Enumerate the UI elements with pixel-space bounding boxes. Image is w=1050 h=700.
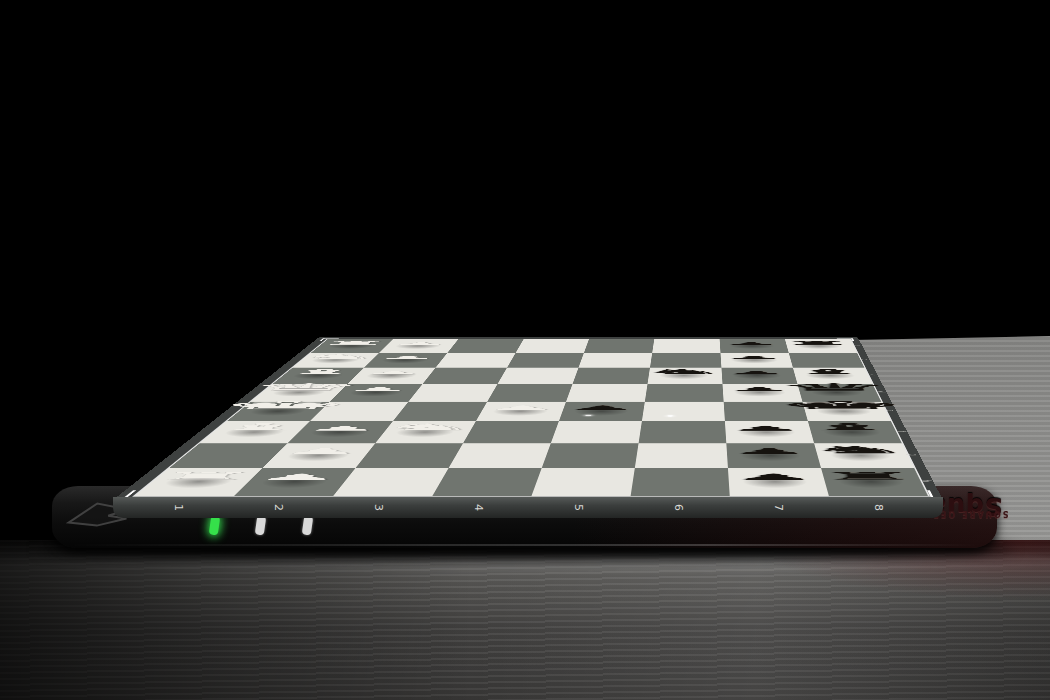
piece-shadow (729, 371, 786, 379)
black-king-e8: ♚ (801, 401, 889, 421)
piece-shadow (389, 342, 446, 349)
file-label-g: g (906, 453, 921, 457)
black-rook-h8: ♜ (819, 468, 926, 496)
piece-shadow (264, 388, 333, 397)
black-knight-g8: ♞ (812, 443, 912, 468)
file-label-d: d (875, 390, 887, 393)
square-h3 (333, 468, 448, 496)
piece-shadow (726, 342, 778, 349)
black-pawn-g7: ♟ (725, 443, 820, 468)
square-h5 (531, 468, 634, 496)
piece-shadow (736, 449, 807, 462)
piece-shadow (251, 475, 337, 490)
piece-shadow (388, 426, 461, 437)
piece-shadow (738, 475, 813, 490)
rank-label-2: 2 (272, 501, 285, 515)
square-f5 (551, 421, 642, 443)
piece-shadow (825, 449, 899, 462)
square-g5 (542, 443, 639, 468)
square-b8 (789, 353, 865, 368)
square-a3 (447, 339, 523, 352)
black-pawn-f7: ♟ (723, 421, 812, 443)
file-label-f: f (894, 430, 908, 434)
piece-shadow (322, 342, 381, 349)
square-d4 (487, 384, 572, 402)
white-pawn-b2: ♟ (363, 353, 446, 368)
file-label-c: c (867, 374, 879, 377)
rank-label-7: 7 (772, 501, 785, 515)
file-label-e: e (884, 409, 897, 412)
piece-shadow (801, 371, 860, 379)
piece-shadow (153, 475, 242, 490)
square-g4 (449, 443, 551, 468)
square-b5 (579, 353, 653, 368)
piece-shadow (359, 371, 422, 379)
square-b6 (650, 353, 721, 368)
square-g6 (635, 443, 728, 468)
square-g3 (355, 443, 463, 468)
square-d5 (566, 384, 647, 402)
piece-shadow (792, 342, 845, 349)
square-e3 (393, 402, 488, 422)
piece-shadow (818, 426, 887, 437)
square-c4 (498, 368, 579, 384)
square-f4 (463, 421, 559, 443)
piece-shadow (730, 388, 790, 397)
rank-label-3: 3 (372, 501, 385, 515)
square-c3 (423, 368, 507, 384)
piece-shadow (285, 371, 350, 379)
piece-shadow (215, 426, 293, 437)
black-bishop-f8: ♝ (806, 421, 900, 443)
piece-shadow (304, 356, 366, 364)
black-rook-a8: ♜ (784, 339, 856, 352)
square-e7 (724, 402, 808, 422)
file-label-h: h (918, 479, 934, 483)
square-b3 (436, 353, 516, 368)
white-pawn-e4: ♟ (474, 401, 564, 421)
square-c5 (573, 368, 650, 384)
square-h4 (432, 468, 541, 496)
rank-label-4: 4 (472, 501, 485, 515)
black-pawn-a7: ♟ (718, 339, 787, 352)
board-perspective-wrapper: abcdefgh ♜♞♝♛♚♝♜♟♟♟♟♟♟♟♟♞♜♝♛♚♝♞♜♟♟♟♟♟♟♟♟… (0, 0, 1050, 700)
piece-shadow (832, 475, 911, 490)
piece-shadow (734, 426, 801, 437)
chess-mat: abcdefgh ♜♞♝♛♚♝♜♟♟♟♟♟♟♟♟♞♜♝♛♚♝♞♜♟♟♟♟♟♟♟♟… (113, 337, 943, 500)
piece-shadow (728, 356, 782, 364)
white-pawn-a2: ♟ (378, 339, 457, 352)
square-a4 (516, 339, 589, 352)
piece-shadow (569, 406, 633, 416)
white-knight-f3: ♞ (374, 421, 475, 443)
rank-label-band: 12345678 (113, 497, 943, 518)
piece-shadow (812, 406, 877, 416)
square-e6 (642, 402, 725, 422)
square-d6 (645, 384, 724, 402)
piece-shadow (656, 371, 712, 379)
black-pawn-b7: ♟ (719, 353, 791, 368)
piece-shadow (241, 406, 314, 416)
black-knight-c6: ♞ (646, 367, 721, 383)
rank-label-5: 5 (572, 501, 585, 515)
file-label-b: b (859, 358, 870, 360)
black-pawn-h7: ♟ (726, 468, 827, 496)
rank-label-6: 6 (672, 501, 685, 515)
file-label-a: a (852, 344, 862, 346)
piece-shadow (487, 406, 553, 416)
square-a6 (652, 339, 720, 352)
square-d3 (409, 384, 498, 402)
piece-shadow (806, 388, 868, 397)
rank-label-8: 8 (872, 501, 885, 515)
piece-shadow (342, 388, 409, 397)
square-a5 (584, 339, 654, 352)
scene: Square Off SQUARE OFF abcdefgh ♜♞♝♛♚♝♜♟♟… (0, 0, 1050, 700)
square-h6 (631, 468, 730, 496)
piece-shadow (302, 426, 377, 437)
square-b4 (507, 353, 584, 368)
rank-label-1: 1 (172, 501, 185, 515)
black-pawn-e5: ♟ (557, 401, 643, 421)
square-f6 (639, 421, 727, 443)
piece-shadow (375, 356, 435, 364)
piece-shadow (278, 449, 358, 462)
